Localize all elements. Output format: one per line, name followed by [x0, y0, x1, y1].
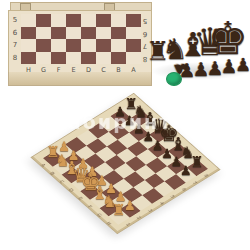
box-square — [81, 52, 96, 65]
box-front-edge — [8, 72, 152, 86]
box-checkerboard — [21, 14, 141, 64]
box-square — [51, 14, 66, 27]
box-rank-label: 8 — [10, 52, 20, 65]
box-square — [36, 52, 51, 65]
box-square — [81, 14, 96, 27]
box-square — [126, 52, 141, 65]
box-lid: 55667788HGFEDCBA — [8, 10, 152, 74]
folded-chess-box: 55667788HGFEDCBA — [8, 2, 152, 86]
box-square — [36, 39, 51, 52]
box-square — [111, 27, 126, 40]
box-square — [111, 52, 126, 65]
box-square — [111, 14, 126, 27]
box-rank-label-mirrored: 5 — [140, 14, 150, 27]
box-square — [36, 27, 51, 40]
box-square — [96, 27, 111, 40]
open-chessboard: ABCDEFGH12345678 — [30, 92, 220, 233]
box-square — [126, 27, 141, 40]
box-square — [66, 52, 81, 65]
box-square — [81, 39, 96, 52]
chessboard-grid — [43, 102, 207, 224]
box-square — [51, 27, 66, 40]
box-square — [21, 39, 36, 52]
box-square — [66, 39, 81, 52]
box-square — [21, 27, 36, 40]
box-square — [111, 39, 126, 52]
box-rank-label: 5 — [10, 14, 20, 27]
box-square — [81, 27, 96, 40]
box-square — [126, 39, 141, 52]
box-square — [96, 52, 111, 65]
black-pawn: ♟ — [234, 56, 250, 74]
box-square — [96, 14, 111, 27]
box-square — [66, 14, 81, 27]
box-square — [66, 27, 81, 40]
box-square — [21, 14, 36, 27]
box-square — [51, 52, 66, 65]
box-square — [126, 14, 141, 27]
box-rank-label: 6 — [10, 27, 20, 40]
green-felt-base-icon — [166, 72, 182, 86]
box-rank-label: 7 — [10, 39, 20, 52]
box-square — [36, 14, 51, 27]
box-square — [96, 39, 111, 52]
box-square — [51, 39, 66, 52]
box-square — [21, 52, 36, 65]
